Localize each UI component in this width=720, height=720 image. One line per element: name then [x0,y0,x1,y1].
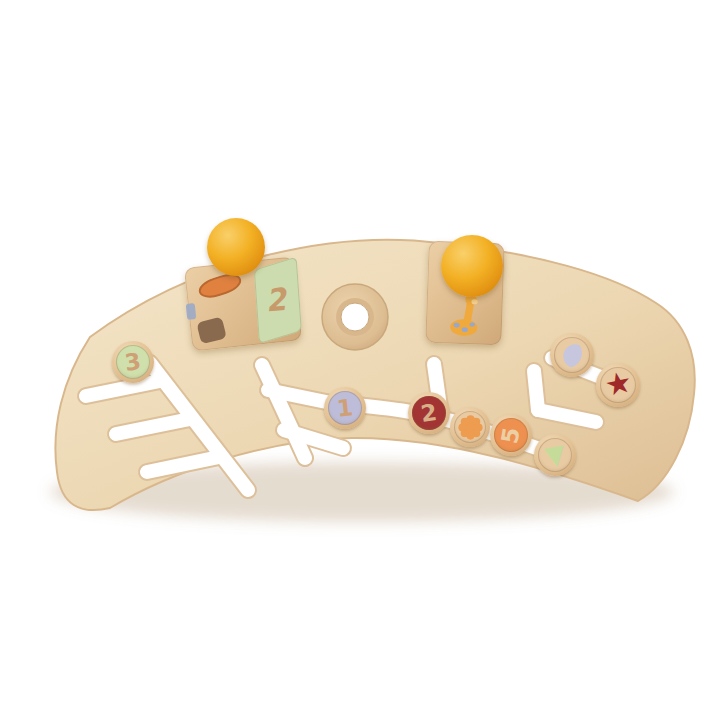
flower-icon [457,414,484,441]
slider-disc-flower[interactable] [450,407,490,447]
disc-face [554,337,590,373]
slider-disc-number-2[interactable]: 2 [408,392,450,434]
block-number-label: 2 [266,284,290,317]
disc-face: 1 [328,391,362,425]
triangle-icon: ▼ [543,440,567,469]
disc-face: 3 [116,345,150,379]
crescent-moon-icon [554,337,590,373]
disc-face [454,411,486,443]
number-panel: 2 [254,257,302,345]
slider-disc-number-5[interactable]: 5 [490,414,532,456]
number-label: 1 [336,396,354,421]
disc-face: ★ [600,367,636,403]
giraffe-icon [441,289,487,341]
disc-face: 5 [494,418,528,452]
activity-board-graphic [0,0,720,720]
number-label: 2 [419,400,438,425]
slider-disc-triangle[interactable]: ▼ [534,434,576,476]
disc-face: ▼ [538,438,572,472]
slider-disc-moon[interactable] [550,333,594,377]
ring-hole [341,303,369,331]
number-label: 5 [498,425,523,445]
slider-disc-number-3[interactable]: 3 [112,341,154,383]
brown-facet [196,317,227,345]
disc-face: 2 [412,396,446,430]
left-yellow-ball[interactable] [207,218,265,276]
center-ring[interactable] [322,284,388,350]
right-yellow-ball[interactable] [441,235,503,297]
slider-disc-number-1[interactable]: 1 [324,387,366,429]
star-icon: ★ [602,367,635,402]
slider-disc-star[interactable]: ★ [596,363,640,407]
product-photo-canvas: 2 3 1 [0,0,720,720]
number-label: 3 [123,349,142,374]
blue-facet [186,303,197,320]
